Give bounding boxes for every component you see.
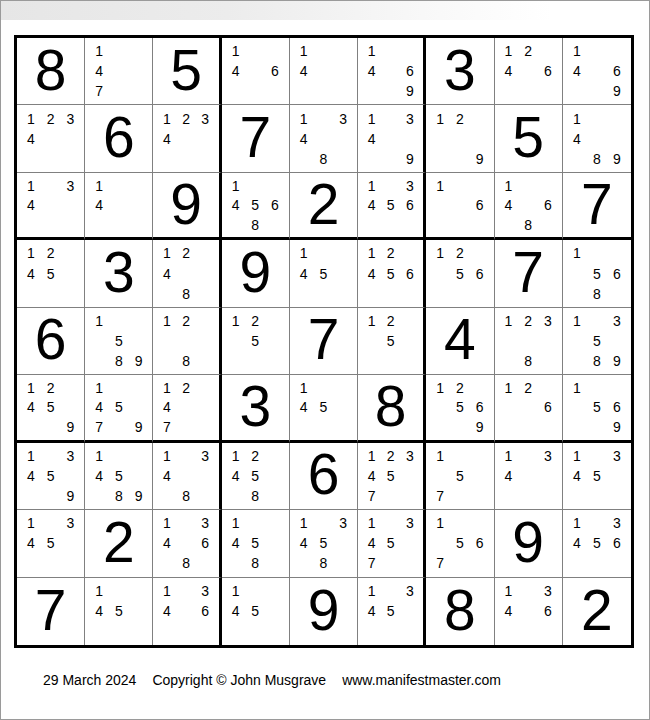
cell-r9c7[interactable]: 8 xyxy=(426,578,494,645)
cell-r8c3[interactable]: 13468 xyxy=(153,510,221,577)
candidate-2 xyxy=(109,581,129,601)
candidate-7 xyxy=(499,417,519,436)
candidate-7 xyxy=(226,486,246,506)
candidate-7 xyxy=(157,486,176,506)
candidate-4: 4 xyxy=(89,601,109,621)
cell-r1c8[interactable]: 1246 xyxy=(495,38,563,105)
candidate-5: 5 xyxy=(245,466,265,486)
candidate-7 xyxy=(499,351,519,371)
pencil-marks: 129 xyxy=(426,105,493,171)
pencil-marks: 13468 xyxy=(153,510,218,576)
candidate-7 xyxy=(567,553,587,573)
cell-r7c9[interactable]: 1345 xyxy=(563,443,631,510)
candidate-9: 9 xyxy=(607,351,627,371)
candidate-4: 4 xyxy=(362,466,381,486)
cell-r5c5[interactable]: 7 xyxy=(290,308,358,375)
candidate-1: 1 xyxy=(499,176,519,195)
cell-r7c2[interactable]: 14589 xyxy=(85,443,153,510)
candidate-3 xyxy=(607,41,627,61)
candidate-6: 6 xyxy=(196,533,215,553)
candidate-8: 8 xyxy=(245,215,265,234)
cell-r5c2[interactable]: 1589 xyxy=(85,308,153,375)
candidate-9 xyxy=(196,351,215,371)
candidate-5: 5 xyxy=(41,263,61,283)
cell-r7c7[interactable]: 157 xyxy=(426,443,494,510)
candidate-3: 3 xyxy=(196,108,215,128)
cell-r7c4[interactable]: 12458 xyxy=(222,443,290,510)
cell-r2c8[interactable]: 5 xyxy=(495,105,563,172)
candidate-2 xyxy=(450,176,470,195)
candidate-2 xyxy=(314,513,334,533)
pencil-marks: 1234 xyxy=(153,105,218,171)
candidate-9 xyxy=(129,622,149,642)
cell-r8c6[interactable]: 13457 xyxy=(358,510,426,577)
candidate-1: 1 xyxy=(567,513,587,533)
candidate-9 xyxy=(538,486,558,506)
candidate-1: 1 xyxy=(21,243,41,263)
candidate-3: 3 xyxy=(538,581,558,601)
cell-r6c4[interactable]: 3 xyxy=(222,375,290,442)
cell-r4c6[interactable]: 12456 xyxy=(358,240,426,307)
cell-r6c1[interactable]: 12459 xyxy=(17,375,85,442)
candidate-6: 6 xyxy=(607,398,627,417)
candidate-3 xyxy=(470,243,490,263)
cell-r9c4[interactable]: 145 xyxy=(222,578,290,645)
candidate-9 xyxy=(333,553,353,573)
cell-r3c4[interactable]: 14568 xyxy=(222,173,290,240)
cell-r9c2[interactable]: 145 xyxy=(85,578,153,645)
cell-r4c5[interactable]: 145 xyxy=(290,240,358,307)
candidate-2 xyxy=(518,176,538,195)
candidate-3: 3 xyxy=(607,513,627,533)
candidate-8: 8 xyxy=(177,284,196,304)
candidate-8: 8 xyxy=(314,149,334,169)
cell-r6c6[interactable]: 8 xyxy=(358,375,426,442)
candidate-6: 6 xyxy=(470,195,490,214)
cell-value: 7 xyxy=(239,109,271,166)
candidate-5 xyxy=(109,195,129,214)
pencil-marks: 125 xyxy=(222,308,289,374)
candidate-3 xyxy=(333,41,353,61)
candidate-5: 5 xyxy=(381,601,400,621)
candidate-7 xyxy=(362,149,381,169)
footer-date: 29 March 2024 xyxy=(43,672,136,688)
candidate-4: 4 xyxy=(89,398,109,417)
candidate-9 xyxy=(400,553,419,573)
candidate-5: 5 xyxy=(450,466,470,486)
candidate-4 xyxy=(362,331,381,351)
cell-r1c7[interactable]: 3 xyxy=(426,38,494,105)
cell-r9c5[interactable]: 9 xyxy=(290,578,358,645)
cell-value: 2 xyxy=(308,176,340,233)
candidate-4: 4 xyxy=(294,398,314,417)
candidate-8 xyxy=(381,215,400,234)
cell-r4c9[interactable]: 1568 xyxy=(563,240,631,307)
pencil-marks: 13456 xyxy=(358,173,423,237)
pencil-marks: 146 xyxy=(222,38,289,104)
cell-r4c7[interactable]: 1256 xyxy=(426,240,494,307)
pencil-marks: 128 xyxy=(153,308,218,374)
cell-r1c1[interactable]: 8 xyxy=(17,38,85,105)
candidate-7 xyxy=(157,553,176,573)
candidate-8: 8 xyxy=(177,553,196,573)
candidate-6 xyxy=(196,263,215,283)
candidate-1: 1 xyxy=(157,513,176,533)
cell-r7c1[interactable]: 13459 xyxy=(17,443,85,510)
pencil-marks: 13458 xyxy=(290,510,357,576)
candidate-9 xyxy=(470,553,490,573)
candidate-3 xyxy=(265,311,285,331)
cell-r8c2[interactable]: 2 xyxy=(85,510,153,577)
cell-r2c2[interactable]: 6 xyxy=(85,105,153,172)
candidate-6 xyxy=(196,331,215,351)
candidate-9 xyxy=(60,284,80,304)
cell-r5c6[interactable]: 125 xyxy=(358,308,426,375)
candidate-6: 6 xyxy=(470,533,490,553)
cell-r5c7[interactable]: 4 xyxy=(426,308,494,375)
candidate-2 xyxy=(177,513,196,533)
cell-r3c8[interactable]: 1468 xyxy=(495,173,563,240)
candidate-1: 1 xyxy=(294,41,314,61)
candidate-7 xyxy=(362,81,381,101)
cell-value: 3 xyxy=(239,378,271,435)
candidate-2 xyxy=(518,581,538,601)
pencil-marks: 126 xyxy=(495,375,562,439)
candidate-5: 5 xyxy=(587,533,607,553)
candidate-3 xyxy=(60,378,80,397)
candidate-9 xyxy=(265,351,285,371)
pencil-marks: 12456 xyxy=(358,240,423,306)
candidate-2: 2 xyxy=(518,311,538,331)
cell-r9c8[interactable]: 1346 xyxy=(495,578,563,645)
candidate-5: 5 xyxy=(381,533,400,553)
candidate-6: 6 xyxy=(470,398,490,417)
cell-value: 2 xyxy=(103,514,135,571)
cell-r8c5[interactable]: 13458 xyxy=(290,510,358,577)
pencil-marks: 14 xyxy=(85,173,152,237)
candidate-2 xyxy=(41,513,61,533)
cell-value: 8 xyxy=(35,42,67,99)
candidate-2: 2 xyxy=(381,243,400,263)
cell-r3c7[interactable]: 16 xyxy=(426,173,494,240)
pencil-marks: 1458 xyxy=(222,510,289,576)
candidate-2: 2 xyxy=(245,311,265,331)
candidate-1: 1 xyxy=(567,446,587,466)
cell-r7c6[interactable]: 123457 xyxy=(358,443,426,510)
candidate-2: 2 xyxy=(41,108,61,128)
candidate-1: 1 xyxy=(226,513,246,533)
candidate-4 xyxy=(567,331,587,351)
cell-r4c4[interactable]: 9 xyxy=(222,240,290,307)
candidate-2 xyxy=(587,446,607,466)
cell-r2c9[interactable]: 1489 xyxy=(563,105,631,172)
cell-r1c5[interactable]: 14 xyxy=(290,38,358,105)
cell-r1c9[interactable]: 1469 xyxy=(563,38,631,105)
cell-r4c3[interactable]: 1248 xyxy=(153,240,221,307)
pencil-marks: 157 xyxy=(426,443,493,509)
candidate-7 xyxy=(362,622,381,642)
cell-r9c1[interactable]: 7 xyxy=(17,578,85,645)
candidate-4 xyxy=(430,195,450,214)
cell-r5c1[interactable]: 6 xyxy=(17,308,85,375)
candidate-4 xyxy=(430,466,450,486)
candidate-9 xyxy=(129,215,149,234)
candidate-9: 9 xyxy=(607,149,627,169)
cell-r3c3[interactable]: 9 xyxy=(153,173,221,240)
candidate-6 xyxy=(538,466,558,486)
candidate-4: 4 xyxy=(362,129,381,149)
candidate-8 xyxy=(381,622,400,642)
cell-r4c1[interactable]: 1245 xyxy=(17,240,85,307)
candidate-1: 1 xyxy=(499,41,519,61)
cell-r5c4[interactable]: 125 xyxy=(222,308,290,375)
candidate-3: 3 xyxy=(400,176,419,195)
candidate-3 xyxy=(265,581,285,601)
candidate-5: 5 xyxy=(109,466,129,486)
candidate-6: 6 xyxy=(607,533,627,553)
pencil-marks: 134 xyxy=(495,443,562,509)
cell-r1c4[interactable]: 146 xyxy=(222,38,290,105)
candidate-8: 8 xyxy=(314,553,334,573)
cell-r2c5[interactable]: 1348 xyxy=(290,105,358,172)
candidate-1: 1 xyxy=(362,108,381,128)
cell-r8c4[interactable]: 1458 xyxy=(222,510,290,577)
candidate-3 xyxy=(470,513,490,533)
candidate-9 xyxy=(538,215,558,234)
cell-r3c6[interactable]: 13456 xyxy=(358,173,426,240)
candidate-6: 6 xyxy=(538,195,558,214)
pencil-marks: 1348 xyxy=(290,105,357,171)
cell-r3c1[interactable]: 134 xyxy=(17,173,85,240)
candidate-1: 1 xyxy=(567,311,587,331)
candidate-9: 9 xyxy=(60,417,80,436)
candidate-3 xyxy=(607,108,627,128)
cell-r9c6[interactable]: 1345 xyxy=(358,578,426,645)
candidate-3 xyxy=(196,243,215,263)
cell-r5c9[interactable]: 13589 xyxy=(563,308,631,375)
candidate-6: 6 xyxy=(196,601,215,621)
candidate-9 xyxy=(333,417,353,436)
cell-value: 4 xyxy=(444,311,476,368)
candidate-1: 1 xyxy=(362,311,381,331)
candidate-5: 5 xyxy=(109,331,129,351)
pencil-marks: 14 xyxy=(290,38,357,104)
cell-r5c3[interactable]: 128 xyxy=(153,308,221,375)
cell-r3c5[interactable]: 2 xyxy=(290,173,358,240)
candidate-5 xyxy=(518,398,538,417)
candidate-3 xyxy=(265,176,285,195)
footer-copyright: Copyright © John Musgrave xyxy=(152,672,326,688)
candidate-6 xyxy=(607,466,627,486)
candidate-6 xyxy=(60,533,80,553)
cell-r6c8[interactable]: 126 xyxy=(495,375,563,442)
cell-r7c8[interactable]: 134 xyxy=(495,443,563,510)
candidate-8: 8 xyxy=(587,149,607,169)
candidate-8 xyxy=(245,351,265,371)
candidate-3 xyxy=(265,41,285,61)
cell-r4c8[interactable]: 7 xyxy=(495,240,563,307)
candidate-8 xyxy=(314,284,334,304)
candidate-7 xyxy=(499,215,519,234)
candidate-6 xyxy=(196,398,215,417)
candidate-9: 9 xyxy=(400,81,419,101)
candidate-1: 1 xyxy=(567,41,587,61)
cell-r7c3[interactable]: 1348 xyxy=(153,443,221,510)
candidate-6 xyxy=(129,601,149,621)
candidate-4: 4 xyxy=(294,129,314,149)
candidate-2 xyxy=(450,446,470,466)
candidate-5 xyxy=(518,601,538,621)
candidate-4: 4 xyxy=(362,533,381,553)
pencil-marks: 145 xyxy=(290,240,357,306)
candidate-7 xyxy=(157,351,176,371)
candidate-6 xyxy=(196,129,215,149)
candidate-1: 1 xyxy=(294,513,314,533)
candidate-1: 1 xyxy=(430,243,450,263)
cell-r6c7[interactable]: 12569 xyxy=(426,375,494,442)
cell-r6c3[interactable]: 1247 xyxy=(153,375,221,442)
cell-r6c2[interactable]: 14579 xyxy=(85,375,153,442)
candidate-3 xyxy=(265,446,285,466)
candidate-9 xyxy=(333,81,353,101)
pencil-marks: 1346 xyxy=(153,578,218,645)
candidate-1: 1 xyxy=(430,108,450,128)
pencil-marks: 12459 xyxy=(17,375,84,439)
pencil-marks: 14568 xyxy=(222,173,289,237)
candidate-9 xyxy=(60,215,80,234)
cell-r8c7[interactable]: 1567 xyxy=(426,510,494,577)
candidate-9 xyxy=(265,553,285,573)
candidate-3 xyxy=(470,446,490,466)
candidate-3 xyxy=(129,446,149,466)
cell-r9c3[interactable]: 1346 xyxy=(153,578,221,645)
cell-r2c3[interactable]: 1234 xyxy=(153,105,221,172)
cell-r3c9[interactable]: 7 xyxy=(563,173,631,240)
candidate-7: 7 xyxy=(89,81,109,101)
footer: 29 March 2024 Copyright © John Musgrave … xyxy=(43,672,501,688)
candidate-6 xyxy=(333,398,353,417)
pencil-marks: 134 xyxy=(17,173,84,237)
candidate-5 xyxy=(314,129,334,149)
candidate-7 xyxy=(21,284,41,304)
pencil-marks: 1345 xyxy=(358,578,423,645)
candidate-7 xyxy=(430,215,450,234)
candidate-7 xyxy=(294,81,314,101)
candidate-2: 2 xyxy=(381,311,400,331)
cell-r1c3[interactable]: 5 xyxy=(153,38,221,105)
cell-r9c9[interactable]: 2 xyxy=(563,578,631,645)
candidate-5: 5 xyxy=(587,331,607,351)
candidate-5: 5 xyxy=(381,466,400,486)
candidate-3: 3 xyxy=(607,446,627,466)
candidate-4: 4 xyxy=(226,601,246,621)
candidate-9 xyxy=(333,149,353,169)
candidate-5 xyxy=(177,466,196,486)
candidate-7 xyxy=(430,149,450,169)
candidate-6 xyxy=(60,129,80,149)
cell-r6c5[interactable]: 145 xyxy=(290,375,358,442)
candidate-7 xyxy=(567,284,587,304)
candidate-2: 2 xyxy=(41,243,61,263)
candidate-2 xyxy=(587,513,607,533)
candidate-3 xyxy=(607,378,627,397)
cell-r2c7[interactable]: 129 xyxy=(426,105,494,172)
cell-r8c8[interactable]: 9 xyxy=(495,510,563,577)
candidate-8 xyxy=(314,81,334,101)
candidate-9 xyxy=(196,622,215,642)
candidate-5 xyxy=(381,61,400,81)
candidate-7 xyxy=(362,284,381,304)
cell-r2c6[interactable]: 1349 xyxy=(358,105,426,172)
candidate-2 xyxy=(109,176,129,195)
candidate-1: 1 xyxy=(499,581,519,601)
candidate-4: 4 xyxy=(89,466,109,486)
candidate-9: 9 xyxy=(60,486,80,506)
pencil-marks: 147 xyxy=(85,38,152,104)
candidate-7 xyxy=(226,351,246,371)
candidate-2 xyxy=(518,446,538,466)
candidate-2 xyxy=(587,311,607,331)
candidate-6 xyxy=(129,331,149,351)
candidate-3: 3 xyxy=(333,108,353,128)
candidate-1: 1 xyxy=(21,176,41,195)
pencil-marks: 1248 xyxy=(153,240,218,306)
pencil-marks: 1245 xyxy=(17,240,84,306)
candidate-1: 1 xyxy=(89,311,109,331)
candidate-7 xyxy=(362,215,381,234)
cell-r8c9[interactable]: 13456 xyxy=(563,510,631,577)
candidate-8 xyxy=(381,486,400,506)
cell-value: 7 xyxy=(581,176,613,233)
cell-r8c1[interactable]: 1345 xyxy=(17,510,85,577)
pencil-marks: 13457 xyxy=(358,510,423,576)
candidate-7: 7 xyxy=(89,417,109,436)
cell-r6c9[interactable]: 1569 xyxy=(563,375,631,442)
candidate-4: 4 xyxy=(567,61,587,81)
candidate-3 xyxy=(470,176,490,195)
candidate-7 xyxy=(157,149,176,169)
candidate-3 xyxy=(538,378,558,397)
cell-r1c2[interactable]: 147 xyxy=(85,38,153,105)
cell-r3c2[interactable]: 14 xyxy=(85,173,153,240)
candidate-4: 4 xyxy=(21,263,41,283)
candidate-4: 4 xyxy=(567,129,587,149)
cell-r2c4[interactable]: 7 xyxy=(222,105,290,172)
cell-r5c8[interactable]: 1238 xyxy=(495,308,563,375)
cell-r7c5[interactable]: 6 xyxy=(290,443,358,510)
candidate-1: 1 xyxy=(21,108,41,128)
candidate-1: 1 xyxy=(362,176,381,195)
cell-r4c2[interactable]: 3 xyxy=(85,240,153,307)
cell-r1c6[interactable]: 1469 xyxy=(358,38,426,105)
candidate-7 xyxy=(226,553,246,573)
cell-value: 3 xyxy=(444,42,476,99)
candidate-2 xyxy=(177,446,196,466)
cell-r2c1[interactable]: 1234 xyxy=(17,105,85,172)
candidate-1: 1 xyxy=(294,243,314,263)
candidate-9 xyxy=(196,486,215,506)
candidate-4: 4 xyxy=(362,61,381,81)
candidate-1: 1 xyxy=(157,378,176,397)
candidate-8 xyxy=(587,81,607,101)
candidate-8 xyxy=(381,149,400,169)
candidate-6 xyxy=(607,129,627,149)
candidate-2 xyxy=(245,176,265,195)
candidate-7 xyxy=(226,215,246,234)
candidate-7 xyxy=(157,622,176,642)
candidate-4: 4 xyxy=(294,533,314,553)
candidate-2 xyxy=(41,176,61,195)
